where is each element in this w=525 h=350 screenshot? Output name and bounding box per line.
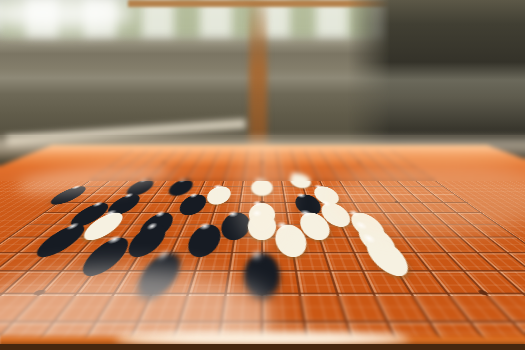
go-photo-scene: ●●●●●●●●●●●●●●●●●●●●●●●●●●●●	[0, 0, 525, 350]
white-stone: ●	[351, 229, 424, 277]
far-depth-blur	[0, 135, 525, 181]
table-front-edge	[0, 344, 525, 350]
window-frame-stripe	[249, 4, 267, 152]
